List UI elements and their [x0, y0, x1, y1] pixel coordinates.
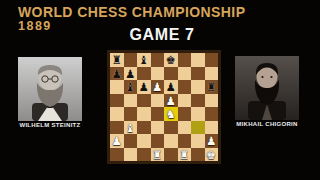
square-e8-black-k: ♚ — [164, 53, 178, 67]
square-d8 — [151, 53, 165, 67]
steinitz-photo — [18, 57, 82, 121]
black-pawn-piece: ♟ — [125, 67, 135, 81]
white-pawn-piece: ♟ — [206, 134, 216, 148]
square-d5 — [151, 94, 165, 108]
square-g1 — [191, 148, 205, 162]
black-pawn-piece: ♟ — [112, 67, 122, 81]
square-h5 — [205, 94, 219, 108]
square-b5 — [124, 94, 138, 108]
white-knight-piece: ♞ — [166, 107, 176, 121]
square-a3 — [110, 121, 124, 135]
square-f3 — [178, 121, 192, 135]
square-g4 — [191, 107, 205, 121]
square-c4 — [137, 107, 151, 121]
square-d1-white-r: ♜ — [151, 148, 165, 162]
square-d7 — [151, 67, 165, 81]
square-b6-black-b: ♝ — [124, 80, 138, 94]
page-title: WORLD CHESS CHAMPIONSHIP — [18, 4, 258, 20]
square-h2-white-p: ♟ — [205, 134, 219, 148]
black-bishop-piece: ♝ — [139, 53, 149, 67]
square-a7-black-p: ♟ — [110, 67, 124, 81]
square-c2 — [137, 134, 151, 148]
chess-board-grid: ♜♝♚♟♟♝♟♟♟♜♟♞♝♟♟♜♜♚ — [110, 53, 218, 161]
square-e1 — [164, 148, 178, 162]
square-e4-white-n: ♞ — [164, 107, 178, 121]
square-f8 — [178, 53, 192, 67]
square-f5 — [178, 94, 192, 108]
square-e5-white-p: ♟ — [164, 94, 178, 108]
square-f2 — [178, 134, 192, 148]
square-d6-white-p: ♟ — [151, 80, 165, 94]
square-a5 — [110, 94, 124, 108]
square-e3 — [164, 121, 178, 135]
black-pawn-piece: ♟ — [166, 80, 176, 94]
black-rook-piece: ♜ — [112, 53, 122, 67]
square-h3 — [205, 121, 219, 135]
square-g8 — [191, 53, 205, 67]
square-b4 — [124, 107, 138, 121]
square-h7 — [205, 67, 219, 81]
square-a2-white-p: ♟ — [110, 134, 124, 148]
square-b1 — [124, 148, 138, 162]
square-h6-black-r: ♜ — [205, 80, 219, 94]
square-c1 — [137, 148, 151, 162]
square-c6-black-p: ♟ — [137, 80, 151, 94]
white-king-piece: ♚ — [206, 148, 216, 162]
square-g2 — [191, 134, 205, 148]
square-f7 — [178, 67, 192, 81]
square-a6 — [110, 80, 124, 94]
square-e2 — [164, 134, 178, 148]
square-b3-white-b: ♝ — [124, 121, 138, 135]
year-label: 1889 — [18, 19, 52, 33]
white-pawn-piece: ♟ — [112, 134, 122, 148]
chess-board: ♜♝♚♟♟♝♟♟♟♜♟♞♝♟♟♜♜♚ — [107, 50, 221, 164]
white-pawn-piece: ♟ — [152, 80, 162, 94]
square-e6-black-p: ♟ — [164, 80, 178, 94]
black-pawn-piece: ♟ — [139, 80, 149, 94]
black-rook-piece: ♜ — [206, 80, 216, 94]
square-h8 — [205, 53, 219, 67]
game-number-label: GAME 7 — [100, 26, 224, 44]
player-name-right: MIKHAIL CHIGORIN — [235, 121, 299, 127]
video-frame: WORLD CHESS CHAMPIONSHIP 1889 GAME 7 WIL… — [0, 0, 320, 180]
black-king-piece: ♚ — [166, 53, 176, 67]
square-a4 — [110, 107, 124, 121]
white-bishop-piece: ♝ — [125, 121, 135, 135]
square-a8-black-r: ♜ — [110, 53, 124, 67]
player-portrait-chigorin: MIKHAIL CHIGORIN — [235, 56, 299, 127]
square-c7 — [137, 67, 151, 81]
square-b2 — [124, 134, 138, 148]
player-portrait-steinitz: WILHELM STEINITZ — [18, 57, 82, 128]
square-f1-white-r: ♜ — [178, 148, 192, 162]
white-pawn-piece: ♟ — [166, 94, 176, 108]
square-g5 — [191, 94, 205, 108]
square-f6 — [178, 80, 192, 94]
square-d3 — [151, 121, 165, 135]
square-b7-black-p: ♟ — [124, 67, 138, 81]
black-bishop-piece: ♝ — [125, 80, 135, 94]
square-c8-black-b: ♝ — [137, 53, 151, 67]
player-name-left: WILHELM STEINITZ — [18, 122, 82, 128]
square-e7 — [164, 67, 178, 81]
square-g6 — [191, 80, 205, 94]
square-c3 — [137, 121, 151, 135]
square-h4 — [205, 107, 219, 121]
square-f4 — [178, 107, 192, 121]
square-a1 — [110, 148, 124, 162]
square-b8 — [124, 53, 138, 67]
white-rook-piece: ♜ — [179, 148, 189, 162]
chigorin-photo — [235, 56, 299, 120]
square-d2 — [151, 134, 165, 148]
square-g3 — [191, 121, 205, 135]
square-c5 — [137, 94, 151, 108]
square-g7 — [191, 67, 205, 81]
square-d4 — [151, 107, 165, 121]
white-rook-piece: ♜ — [152, 148, 162, 162]
square-h1-white-k: ♚ — [205, 148, 219, 162]
